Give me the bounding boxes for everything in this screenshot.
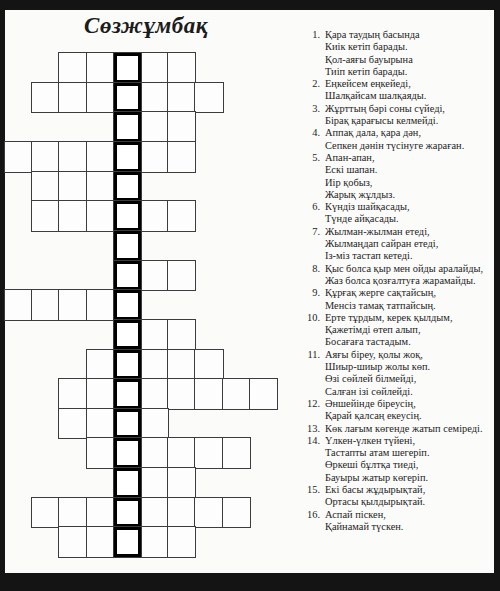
clue-line: Із-міз тастап кетеді. (325, 250, 492, 262)
grid-cell[interactable] (87, 290, 114, 320)
grid-cell[interactable] (141, 350, 168, 380)
clue-line: Өзі сөйлей білмейді, (325, 373, 492, 385)
grid-cell[interactable] (141, 320, 168, 350)
clue-text: Ерте тұрдым, керек қылдым,Қажетімді өтеп… (325, 312, 492, 349)
clue-item: 7.Жылман-жылман етеді,Жылмаңдап сайран е… (300, 226, 492, 263)
clue-line: Екі басы жұдырықтай, (325, 484, 492, 496)
clue-number: 7. (300, 226, 325, 263)
grid-cell[interactable] (87, 409, 114, 439)
clue-line: Қол-аяғы бауырына (325, 54, 492, 66)
clue-number: 2. (300, 78, 325, 103)
clue-line: Еңкейсем еңкейеді, (325, 78, 492, 90)
grid-cell[interactable] (168, 438, 195, 468)
clue-text: Құрғақ жерге сақтайсың,Менсіз тамақ татп… (325, 287, 492, 312)
keyword-cell[interactable] (114, 320, 141, 350)
grid-cell[interactable] (59, 498, 86, 528)
clue-item: 4.Аппақ дала, қара дән,Сепкен дәнін түсі… (300, 127, 492, 152)
grid-cell[interactable] (32, 142, 59, 172)
grid-cell[interactable] (195, 379, 222, 409)
clue-text: Аяғы біреу, қолы жоқ,Шиыр-шиыр жолы көп.… (325, 349, 492, 398)
clue-item: 10.Ерте тұрдым, керек қылдым,Қажетімді ө… (300, 312, 492, 349)
keyword-cell[interactable] (114, 379, 141, 409)
grid-cell[interactable] (87, 53, 114, 83)
clue-list: 1.Қара таудың басындаКиік кетіп барады.Қ… (300, 29, 492, 533)
grid-cell[interactable] (59, 83, 86, 113)
clue-line: Аяғы біреу, қолы жоқ, (325, 349, 492, 361)
clue-line: Иір қобыз, (325, 177, 492, 189)
grid-cell[interactable] (32, 172, 59, 202)
clue-number: 12. (300, 398, 325, 423)
clue-line: Киік кетіп барады. (325, 41, 492, 53)
crossword-grid (5, 53, 277, 557)
clue-text: Әншейінде біреусің,Қарай қалсаң екеусің. (325, 398, 492, 423)
clue-line: Жарық жұлдыз. (325, 189, 492, 201)
clue-number: 9. (300, 287, 325, 312)
grid-cell[interactable] (59, 201, 86, 231)
clue-text: Екі басы жұдырықтай,Ортасы қылдырықтай. (325, 484, 492, 509)
grid-cell[interactable] (59, 379, 86, 409)
clue-line: Жұрттың бәрі соны сүйеді, (325, 103, 492, 115)
clue-number: 15. (300, 484, 325, 509)
keyword-cell[interactable] (114, 498, 141, 528)
clue-item: 1.Қара таудың басындаКиік кетіп барады.Қ… (300, 29, 492, 78)
clue-line: Жылман-жылман етеді, (325, 226, 492, 238)
clue-line: Менсіз тамақ татпайсың. (325, 300, 492, 312)
grid-cell[interactable] (168, 112, 195, 142)
clue-item: 11.Аяғы біреу, қолы жоқ,Шиыр-шиыр жолы к… (300, 349, 492, 398)
grid-cell[interactable] (168, 468, 195, 498)
clue-number: 6. (300, 201, 325, 226)
grid-cell[interactable] (59, 527, 86, 557)
clue-line: Бірақ қарағысы келмейді. (325, 115, 492, 127)
clue-line: Қыс болса қыр мен ойды аралайды, (325, 263, 492, 275)
clue-line: Босағаға тастадым. (325, 336, 492, 348)
clue-item: 12.Әншейінде біреусің,Қарай қалсаң екеус… (300, 398, 492, 423)
clue-item: 16.Аспай піскен,Қайнамай түскен. (300, 509, 492, 534)
clue-item: 13.Көк лағым көгенде жатып семіреді. (300, 423, 492, 435)
grid-cell[interactable] (223, 438, 250, 468)
clue-line: Сепкен дәнін түсінуге жараған. (325, 140, 492, 152)
clue-line: Қара таудың басында (325, 29, 492, 41)
grid-cell[interactable] (141, 261, 168, 291)
clue-item: 5.Апан-апан,Ескі шапан.Иір қобыз,Жарық ж… (300, 152, 492, 201)
keyword-cell[interactable] (114, 53, 141, 83)
puzzle-title: Сөзжұмбақ (5, 13, 287, 39)
grid-cell[interactable] (87, 142, 114, 172)
grid-cell[interactable] (5, 142, 32, 172)
grid-cell[interactable] (195, 438, 222, 468)
grid-cell[interactable] (141, 379, 168, 409)
grid-cell[interactable] (168, 142, 195, 172)
grid-cell[interactable] (59, 290, 86, 320)
keyword-cell[interactable] (114, 409, 141, 439)
grid-cell[interactable] (141, 112, 168, 142)
clue-line: Салған ізі сөйлейді. (325, 386, 492, 398)
clue-text: Аппақ дала, қара дән,Сепкен дәнін түсіну… (325, 127, 492, 152)
grid-cell[interactable] (87, 83, 114, 113)
clue-line: Апан-апан, (325, 152, 492, 164)
grid-cell[interactable] (141, 468, 168, 498)
grid-cell[interactable] (141, 83, 168, 113)
clue-line: Түнде айқасады. (325, 213, 492, 225)
grid-cell[interactable] (168, 527, 195, 557)
grid-cell[interactable] (141, 498, 168, 528)
clue-line: Тастапты атам шегеріп. (325, 447, 492, 459)
keyword-cell[interactable] (114, 231, 141, 261)
grid-cell[interactable] (168, 379, 195, 409)
clue-number: 4. (300, 127, 325, 152)
clue-number: 1. (300, 29, 325, 78)
clue-line: Ортасы қылдырықтай. (325, 496, 492, 508)
keyword-cell[interactable] (114, 201, 141, 231)
grid-cell[interactable] (32, 83, 59, 113)
keyword-cell[interactable] (114, 112, 141, 142)
clue-text: Үлкен-үлкен түйені,Тастапты атам шегеріп… (325, 435, 492, 484)
grid-cell[interactable] (87, 498, 114, 528)
keyword-cell[interactable] (114, 468, 141, 498)
grid-cell[interactable] (141, 142, 168, 172)
clue-text: Апан-апан,Ескі шапан.Иір қобыз,Жарық жұл… (325, 152, 492, 201)
clue-number: 16. (300, 509, 325, 534)
clue-number: 10. (300, 312, 325, 349)
grid-cell[interactable] (223, 498, 250, 528)
clue-item: 9.Құрғақ жерге сақтайсың,Менсіз тамақ та… (300, 287, 492, 312)
clue-item: 6.Күндіз шайқасады,Түнде айқасады. (300, 201, 492, 226)
grid-cell[interactable] (141, 527, 168, 557)
grid-cell[interactable] (59, 409, 86, 439)
grid-cell[interactable] (87, 350, 114, 380)
grid-cell[interactable] (59, 172, 86, 202)
clue-line: Күндіз шайқасады, (325, 201, 492, 213)
grid-cell[interactable] (168, 83, 195, 113)
grid-cell[interactable] (87, 527, 114, 557)
clue-line: Қажетімді өтеп алып, (325, 324, 492, 336)
clue-text: Қара таудың басындаКиік кетіп барады.Қол… (325, 29, 492, 78)
clue-text: Жұрттың бәрі соны сүйеді,Бірақ қарағысы … (325, 103, 492, 128)
clue-line: Көк лағым көгенде жатып семіреді. (325, 423, 492, 435)
grid-cell[interactable] (87, 379, 114, 409)
grid-cell[interactable] (195, 498, 222, 528)
grid-cell[interactable] (87, 201, 114, 231)
clue-line: Жаз болса қозғалтуға жарамайды. (325, 275, 492, 287)
clue-line: Тиіп кетіп барады. (325, 66, 492, 78)
keyword-cell[interactable] (114, 527, 141, 557)
clue-line: Шалқайсам шалқаяды. (325, 90, 492, 102)
clue-text: Еңкейсем еңкейеді,Шалқайсам шалқаяды. (325, 78, 492, 103)
keyword-cell[interactable] (114, 438, 141, 468)
clue-text: Аспай піскен,Қайнамай түскен. (325, 509, 492, 534)
clue-line: Шиыр-шиыр жолы көп. (325, 361, 492, 373)
clue-number: 14. (300, 435, 325, 484)
clue-line: Қарай қалсаң екеусің. (325, 410, 492, 422)
clue-line: Ерте тұрдым, керек қылдым, (325, 312, 492, 324)
grid-cell[interactable] (168, 498, 195, 528)
clue-line: Ескі шапан. (325, 164, 492, 176)
clue-text: Күндіз шайқасады,Түнде айқасады. (325, 201, 492, 226)
grid-cell[interactable] (195, 83, 222, 113)
grid-cell[interactable] (32, 290, 59, 320)
grid-cell[interactable] (32, 201, 59, 231)
clue-number: 8. (300, 263, 325, 288)
clue-line: Жылмаңдап сайран етеді, (325, 238, 492, 250)
grid-cell[interactable] (168, 201, 195, 231)
grid-cell[interactable] (59, 53, 86, 83)
grid-cell[interactable] (5, 290, 32, 320)
grid-cell[interactable] (168, 261, 195, 291)
clue-number: 5. (300, 152, 325, 201)
keyword-cell[interactable] (114, 290, 141, 320)
worksheet-page: Сөзжұмбақ 1.Қара таудың басындаКиік кеті… (5, 10, 494, 573)
grid-cell[interactable] (87, 172, 114, 202)
keyword-cell[interactable] (114, 350, 141, 380)
grid-cell[interactable] (168, 350, 195, 380)
keyword-cell[interactable] (114, 142, 141, 172)
clue-item: 14.Үлкен-үлкен түйені,Тастапты атам шеге… (300, 435, 492, 484)
clue-text: Жылман-жылман етеді,Жылмаңдап сайран ете… (325, 226, 492, 263)
grid-cell[interactable] (141, 53, 168, 83)
clue-line: Бауыры жатыр көгеріп. (325, 472, 492, 484)
clue-text: Қыс болса қыр мен ойды аралайды,Жаз болс… (325, 263, 492, 288)
clue-item: 8.Қыс болса қыр мен ойды аралайды,Жаз бо… (300, 263, 492, 288)
clue-line: Өркеші бұлтқа тиеді, (325, 459, 492, 471)
grid-cell[interactable] (141, 409, 168, 439)
keyword-cell[interactable] (114, 261, 141, 291)
clue-line: Аппақ дала, қара дән, (325, 127, 492, 139)
grid-cell[interactable] (195, 350, 222, 380)
clue-line: Қайнамай түскен. (325, 521, 492, 533)
grid-cell[interactable] (59, 142, 86, 172)
grid-cell[interactable] (32, 498, 59, 528)
clue-number: 13. (300, 423, 325, 435)
clue-text: Көк лағым көгенде жатып семіреді. (325, 423, 492, 435)
grid-cell[interactable] (168, 53, 195, 83)
grid-cell[interactable] (87, 438, 114, 468)
grid-cell[interactable] (223, 379, 250, 409)
keyword-cell[interactable] (114, 172, 141, 202)
grid-cell[interactable] (141, 201, 168, 231)
grid-cell[interactable] (141, 438, 168, 468)
clue-item: 2.Еңкейсем еңкейеді,Шалқайсам шалқаяды. (300, 78, 492, 103)
clue-item: 3.Жұрттың бәрі соны сүйеді,Бірақ қарағыс… (300, 103, 492, 128)
clue-number: 11. (300, 349, 325, 398)
keyword-cell[interactable] (114, 83, 141, 113)
clue-line: Құрғақ жерге сақтайсың, (325, 287, 492, 299)
clue-line: Аспай піскен, (325, 509, 492, 521)
grid-cell[interactable] (168, 320, 195, 350)
clue-line: Үлкен-үлкен түйені, (325, 435, 492, 447)
grid-cell[interactable] (250, 379, 277, 409)
clue-number: 3. (300, 103, 325, 128)
clue-item: 15.Екі басы жұдырықтай,Ортасы қылдырықта… (300, 484, 492, 509)
clue-line: Әншейінде біреусің, (325, 398, 492, 410)
